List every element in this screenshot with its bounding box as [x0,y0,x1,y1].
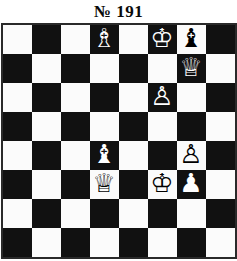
square-a4 [3,141,32,170]
square-f2 [148,199,177,228]
square-f7 [148,54,177,83]
square-b4 [32,141,61,170]
square-a5 [3,112,32,141]
square-a3 [3,170,32,199]
chess-board: ♗♔♝♕♙♝♙♕♔♟ [1,23,237,259]
square-c2 [61,199,90,228]
square-g6 [177,83,206,112]
square-c7 [61,54,90,83]
square-c6 [61,83,90,112]
white-bishop-d4: ♝ [92,141,115,169]
square-b5 [32,112,61,141]
square-d1 [90,228,119,257]
square-h3 [206,170,235,199]
square-f6: ♙ [148,83,177,112]
black-queen-g7: ♕ [179,54,202,82]
square-a8 [3,25,32,54]
square-h8 [206,25,235,54]
square-e3 [119,170,148,199]
board-wrap: ♗♔♝♕♙♝♙♕♔♟ [1,23,237,259]
square-a2 [3,199,32,228]
square-b7 [32,54,61,83]
square-e7 [119,54,148,83]
square-d6 [90,83,119,112]
square-a6 [3,83,32,112]
square-c3 [61,170,90,199]
square-b3 [32,170,61,199]
black-king-f8: ♔ [150,25,173,53]
diagram-title: № 191 [0,0,237,23]
square-g5 [177,112,206,141]
chess-diagram-page: № 191 ♗♔♝♕♙♝♙♕♔♟ [0,0,237,261]
square-d8: ♗ [90,25,119,54]
square-c8 [61,25,90,54]
square-e6 [119,83,148,112]
square-f8: ♔ [148,25,177,54]
square-d7 [90,54,119,83]
square-e1 [119,228,148,257]
square-g1 [177,228,206,257]
black-pawn-f6: ♙ [150,83,173,111]
square-h2 [206,199,235,228]
square-f3: ♔ [148,170,177,199]
square-h7 [206,54,235,83]
square-d5 [90,112,119,141]
square-b6 [32,83,61,112]
square-h4 [206,141,235,170]
square-d2 [90,199,119,228]
square-g3: ♟ [177,170,206,199]
square-d4: ♝ [90,141,119,170]
square-e2 [119,199,148,228]
square-c4 [61,141,90,170]
square-a1 [3,228,32,257]
square-e5 [119,112,148,141]
black-bishop-g8: ♝ [179,25,202,53]
square-h5 [206,112,235,141]
square-c1 [61,228,90,257]
square-f4 [148,141,177,170]
square-a7 [3,54,32,83]
black-bishop-d8: ♗ [92,25,115,53]
square-g8: ♝ [177,25,206,54]
white-queen-d3: ♕ [92,170,115,198]
square-b8 [32,25,61,54]
square-g2 [177,199,206,228]
square-e8 [119,25,148,54]
square-d3: ♕ [90,170,119,199]
square-b1 [32,228,61,257]
white-pawn-g3: ♟ [179,170,202,198]
square-c5 [61,112,90,141]
square-b2 [32,199,61,228]
square-h6 [206,83,235,112]
square-g7: ♕ [177,54,206,83]
white-king-f3: ♔ [150,170,173,198]
square-g4: ♙ [177,141,206,170]
square-f5 [148,112,177,141]
square-h1 [206,228,235,257]
square-e4 [119,141,148,170]
square-f1 [148,228,177,257]
white-pawn-g4: ♙ [179,141,202,169]
